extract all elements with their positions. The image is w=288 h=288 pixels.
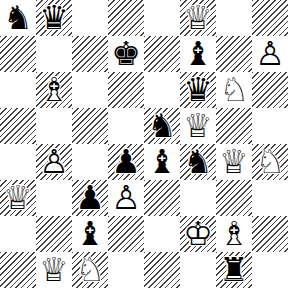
black-king-glyph: ♚	[108, 36, 144, 72]
square-d2[interactable]	[108, 216, 144, 252]
white-king[interactable]: ♚♔	[180, 216, 216, 252]
square-g4[interactable]: ♛♕	[216, 144, 252, 180]
white-queen[interactable]: ♛♕	[216, 144, 252, 180]
white-queen[interactable]: ♛♕	[180, 108, 216, 144]
white-bishop[interactable]: ♝♗	[216, 216, 252, 252]
black-queen-glyph: ♛	[36, 0, 72, 36]
white-pawn-glyph: ♙	[252, 36, 288, 72]
white-knight[interactable]: ♞♘	[216, 72, 252, 108]
black-bishop[interactable]: ♝♝	[180, 36, 216, 72]
square-b8[interactable]: ♛♛	[36, 0, 72, 36]
square-d8[interactable]	[108, 0, 144, 36]
square-f5[interactable]: ♛♕	[180, 108, 216, 144]
black-rook[interactable]: ♜♜	[216, 252, 252, 288]
black-knight-glyph: ♞	[0, 0, 36, 36]
square-f6[interactable]: ♛♛	[180, 72, 216, 108]
square-g8[interactable]	[216, 0, 252, 36]
square-h7[interactable]: ♟♙	[252, 36, 288, 72]
square-g5[interactable]	[216, 108, 252, 144]
square-a6[interactable]	[0, 72, 36, 108]
white-bishop-glyph: ♗	[36, 72, 72, 108]
black-pawn-glyph: ♟	[108, 144, 144, 180]
white-bishop[interactable]: ♝♗	[36, 72, 72, 108]
black-rook-glyph: ♜	[216, 252, 252, 288]
black-pawn-glyph: ♟	[72, 180, 108, 216]
square-a8[interactable]: ♞♞	[0, 0, 36, 36]
white-knight-glyph: ♘	[252, 144, 288, 180]
square-e1[interactable]	[144, 252, 180, 288]
square-f4[interactable]: ♞♞	[180, 144, 216, 180]
square-c8[interactable]	[72, 0, 108, 36]
square-b3[interactable]	[36, 180, 72, 216]
black-bishop[interactable]: ♝♝	[144, 144, 180, 180]
square-h5[interactable]	[252, 108, 288, 144]
square-e2[interactable]	[144, 216, 180, 252]
white-king-glyph: ♔	[180, 216, 216, 252]
square-f3[interactable]	[180, 180, 216, 216]
square-d5[interactable]	[108, 108, 144, 144]
white-queen-glyph: ♕	[180, 108, 216, 144]
square-e5[interactable]: ♞♞	[144, 108, 180, 144]
square-e6[interactable]	[144, 72, 180, 108]
square-g7[interactable]	[216, 36, 252, 72]
square-b7[interactable]	[36, 36, 72, 72]
black-knight[interactable]: ♞♞	[144, 108, 180, 144]
square-b2[interactable]	[36, 216, 72, 252]
black-knight[interactable]: ♞♞	[180, 144, 216, 180]
square-h3[interactable]	[252, 180, 288, 216]
black-bishop-glyph: ♝	[144, 144, 180, 180]
square-h6[interactable]	[252, 72, 288, 108]
white-queen[interactable]: ♛♕	[0, 180, 36, 216]
square-a3[interactable]: ♛♕	[0, 180, 36, 216]
white-pawn[interactable]: ♟♙	[252, 36, 288, 72]
square-h4[interactable]: ♞♘	[252, 144, 288, 180]
black-knight-glyph: ♞	[180, 144, 216, 180]
white-pawn-glyph: ♙	[108, 180, 144, 216]
white-queen[interactable]: ♛♕	[180, 0, 216, 36]
square-d6[interactable]	[108, 72, 144, 108]
square-c5[interactable]	[72, 108, 108, 144]
square-e4[interactable]: ♝♝	[144, 144, 180, 180]
square-a4[interactable]	[0, 144, 36, 180]
square-c7[interactable]	[72, 36, 108, 72]
square-c6[interactable]	[72, 72, 108, 108]
white-queen-glyph: ♕	[36, 252, 72, 288]
white-pawn[interactable]: ♟♙	[108, 180, 144, 216]
square-e3[interactable]	[144, 180, 180, 216]
square-f1[interactable]	[180, 252, 216, 288]
square-f7[interactable]: ♝♝	[180, 36, 216, 72]
square-c2[interactable]: ♝♝	[72, 216, 108, 252]
black-queen-glyph: ♛	[180, 72, 216, 108]
square-g2[interactable]: ♝♗	[216, 216, 252, 252]
square-c3[interactable]: ♟♟	[72, 180, 108, 216]
white-pawn[interactable]: ♟♙	[36, 144, 72, 180]
square-b5[interactable]	[36, 108, 72, 144]
black-knight-glyph: ♞	[144, 108, 180, 144]
square-b1[interactable]: ♛♕	[36, 252, 72, 288]
square-d7[interactable]: ♚♚	[108, 36, 144, 72]
square-a1[interactable]	[0, 252, 36, 288]
black-bishop-glyph: ♝	[72, 216, 108, 252]
white-knight[interactable]: ♞♘	[72, 252, 108, 288]
square-d4[interactable]: ♟♟	[108, 144, 144, 180]
square-d3[interactable]: ♟♙	[108, 180, 144, 216]
black-bishop-glyph: ♝	[180, 36, 216, 72]
square-c4[interactable]	[72, 144, 108, 180]
square-e8[interactable]	[144, 0, 180, 36]
black-king[interactable]: ♚♚	[108, 36, 144, 72]
square-h8[interactable]	[252, 0, 288, 36]
square-a2[interactable]	[0, 216, 36, 252]
black-pawn[interactable]: ♟♟	[108, 144, 144, 180]
square-g3[interactable]	[216, 180, 252, 216]
square-f8[interactable]: ♛♕	[180, 0, 216, 36]
square-a5[interactable]	[0, 108, 36, 144]
square-b4[interactable]: ♟♙	[36, 144, 72, 180]
square-g6[interactable]: ♞♘	[216, 72, 252, 108]
square-c1[interactable]: ♞♘	[72, 252, 108, 288]
black-pawn[interactable]: ♟♟	[72, 180, 108, 216]
black-queen[interactable]: ♛♛	[36, 0, 72, 36]
square-g1[interactable]: ♜♜	[216, 252, 252, 288]
square-e7[interactable]	[144, 36, 180, 72]
black-bishop[interactable]: ♝♝	[72, 216, 108, 252]
square-h1[interactable]	[252, 252, 288, 288]
square-a7[interactable]	[0, 36, 36, 72]
white-bishop-glyph: ♗	[216, 216, 252, 252]
white-queen-glyph: ♕	[0, 180, 36, 216]
white-queen-glyph: ♕	[216, 144, 252, 180]
white-queen-glyph: ♕	[180, 0, 216, 36]
white-knight-glyph: ♘	[216, 72, 252, 108]
white-queen[interactable]: ♛♕	[36, 252, 72, 288]
square-h2[interactable]	[252, 216, 288, 252]
chess-diagram: ♞♞♛♛♛♕♚♚♝♝♟♙♝♗♛♛♞♘♞♞♛♕♟♙♟♟♝♝♞♞♛♕♞♘♛♕♟♟♟♙…	[0, 0, 288, 288]
chess-board: ♞♞♛♛♛♕♚♚♝♝♟♙♝♗♛♛♞♘♞♞♛♕♟♙♟♟♝♝♞♞♛♕♞♘♛♕♟♟♟♙…	[0, 0, 288, 288]
square-d1[interactable]	[108, 252, 144, 288]
square-f2[interactable]: ♚♔	[180, 216, 216, 252]
white-knight[interactable]: ♞♘	[252, 144, 288, 180]
white-knight-glyph: ♘	[72, 252, 108, 288]
black-knight[interactable]: ♞♞	[0, 0, 36, 36]
white-pawn-glyph: ♙	[36, 144, 72, 180]
square-b6[interactable]: ♝♗	[36, 72, 72, 108]
black-queen[interactable]: ♛♛	[180, 72, 216, 108]
